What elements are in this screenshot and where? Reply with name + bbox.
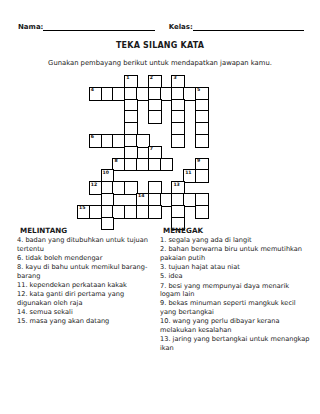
grid-cell[interactable] [196,111,208,123]
clue-number: 13 [173,183,179,188]
clue-down-1: 1. segala yang ada di langit [160,236,310,245]
clue-number: 10 [103,171,109,176]
grid-cell[interactable] [172,194,184,206]
clue-number: 14 [138,194,144,199]
grid-cell[interactable]: 15 [78,206,90,218]
grid-cell[interactable] [149,111,161,123]
grid-cell[interactable] [196,194,208,206]
grid-cell[interactable]: 9 [196,159,208,171]
grid-cell[interactable] [137,135,149,147]
grid-cell[interactable]: 6 [90,135,102,147]
clue-across-14: 14. semua sekali [17,308,149,317]
grid-cell[interactable] [102,206,114,218]
clue-across-15: 15. masa yang akan datang [17,317,149,326]
grid-cell[interactable] [90,206,102,218]
grid-cell[interactable]: 2 [149,76,161,88]
grid-cell[interactable] [125,100,137,112]
grid-cell[interactable] [137,88,149,100]
grid-cell[interactable] [196,206,208,218]
grid-cell[interactable] [113,206,125,218]
clue-number: 15 [79,206,85,211]
grid-cell[interactable] [125,206,137,218]
grid-cell[interactable] [125,135,137,147]
grid-cell[interactable]: 12 [90,182,102,194]
clue-number: 11 [185,171,191,176]
grid-cell[interactable] [113,135,125,147]
grid-cell[interactable]: 14 [137,194,149,206]
clue-number: 5 [197,88,200,93]
grid-cell[interactable] [172,111,184,123]
worksheet-page: Nama: Kelas: TEKA SILANG KATA Gunakan pe… [0,0,320,414]
clue-number: 8 [114,159,117,164]
page-title: TEKA SILANG KATA [0,41,320,50]
nama-label: Nama: [18,23,43,31]
clue-across-11: 11. kependekan perkataan kakak [17,281,149,290]
grid-cell[interactable] [161,159,173,171]
clue-down-7: 7. besi yang mempunyai daya menarik loga… [160,282,310,299]
grid-cell[interactable]: 11 [184,170,196,182]
grid-cell[interactable]: 1 [125,76,137,88]
grid-cell[interactable] [161,194,173,206]
grid-cell[interactable] [113,88,125,100]
crossword-grid: 123456789101112131415 [78,76,208,229]
grid-cell[interactable] [184,194,196,206]
clue-down-2: 2. bahan berwarna biru untuk memutihkan … [160,245,310,262]
clue-number: 4 [91,88,94,93]
name-class-line: Nama: Kelas: [18,22,304,31]
clue-number: 2 [150,76,153,81]
kelas-input-line[interactable] [193,22,304,31]
grid-cell[interactable] [149,159,161,171]
clue-number: 9 [197,159,200,164]
grid-cell[interactable] [161,88,173,100]
grid-cell[interactable] [196,135,208,147]
grid-cell[interactable]: 13 [172,182,184,194]
grid-cell[interactable] [149,182,161,194]
clue-down-3: 3. tujuan hajat atau niat [160,263,310,272]
grid-cell[interactable]: 8 [113,159,125,171]
nama-input-line[interactable] [43,22,154,31]
clue-number: 7 [150,147,153,152]
grid-cell[interactable] [125,111,137,123]
grid-cell[interactable] [196,100,208,112]
across-clues-heading: MELINTANG [20,226,67,235]
grid-cell[interactable] [149,88,161,100]
grid-cell[interactable] [172,206,184,218]
grid-cell[interactable] [137,206,149,218]
clue-number: 12 [91,183,97,188]
grid-cell[interactable]: 5 [196,88,208,100]
grid-cell[interactable] [172,135,184,147]
grid-cell[interactable]: 3 [172,76,184,88]
clue-number: 1 [126,76,129,81]
grid-cell[interactable] [125,147,137,159]
grid-cell[interactable] [102,88,114,100]
grid-cell[interactable] [125,88,137,100]
grid-cell[interactable] [149,100,161,112]
grid-cell[interactable] [184,88,196,100]
grid-cell[interactable] [125,159,137,171]
grid-cell[interactable] [102,135,114,147]
down-clues-list: 1. segala yang ada di langit2. bahan ber… [160,236,310,353]
clue-across-4: 4. badan yang ditubuhkan untuk tujuan te… [17,236,149,253]
grid-cell[interactable] [102,194,114,206]
clue-down-9: 9. bekas minuman seperti mangkuk kecil y… [160,299,310,316]
grid-cell[interactable] [149,194,161,206]
grid-cell[interactable] [125,182,137,194]
clue-number: 3 [173,76,176,81]
grid-cell[interactable] [149,206,161,218]
grid-cell[interactable] [125,123,137,135]
clue-across-12: 12. kata ganti diri pertama yang digunak… [17,290,149,307]
clue-down-10: 10. wang yang perlu dibayar kerana melak… [160,317,310,334]
grid-cell[interactable] [102,218,114,230]
grid-cell[interactable] [196,123,208,135]
grid-cell[interactable]: 7 [149,147,161,159]
clue-across-6: 6. tidak boleh mendengar [17,254,149,263]
grid-cell[interactable]: 10 [102,170,114,182]
grid-cell[interactable] [102,182,114,194]
grid-cell[interactable] [196,170,208,182]
grid-cell[interactable]: 4 [90,88,102,100]
clue-number: 6 [91,135,94,140]
across-clues-list: 4. badan yang ditubuhkan untuk tujuan te… [17,236,149,327]
grid-cell[interactable] [172,88,184,100]
grid-cell[interactable] [137,159,149,171]
kelas-label: Kelas: [169,23,193,31]
down-clues-heading: MENEGAK [163,226,203,235]
grid-cell[interactable] [172,100,184,112]
grid-cell[interactable] [172,123,184,135]
clue-across-8: 8. kayu di bahu untuk memikul barang-bar… [17,263,149,280]
clue-down-5: 5. idea [160,272,310,281]
instructions-text: Gunakan pembayang berikut untuk mendapat… [0,59,320,67]
clue-down-13: 13. jaring yang bertangkai untuk menangk… [160,335,310,352]
grid-cell[interactable] [113,182,125,194]
